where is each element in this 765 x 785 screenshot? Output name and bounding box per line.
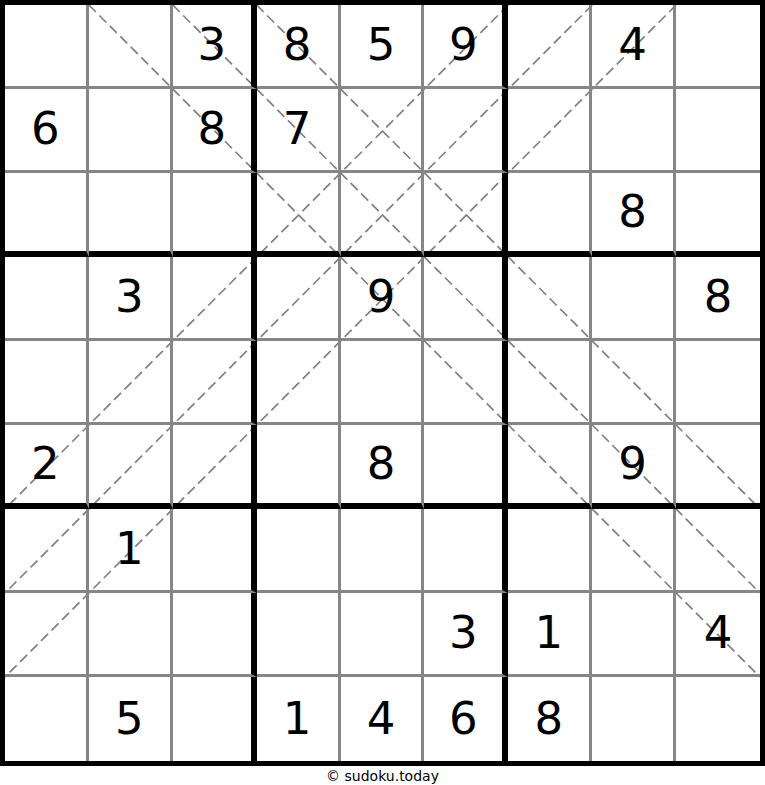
cell-r5c7[interactable]: [508, 341, 592, 425]
given-digit: 8: [704, 274, 733, 319]
cell-r6c1[interactable]: 2: [5, 425, 89, 509]
cell-r2c3[interactable]: 8: [173, 89, 257, 173]
cell-r8c4[interactable]: [257, 593, 341, 677]
given-digit: 9: [618, 441, 647, 486]
cell-r4c8[interactable]: [592, 257, 676, 341]
cell-r8c6[interactable]: 3: [424, 593, 508, 677]
cell-r7c1[interactable]: [5, 509, 89, 593]
given-digit: 4: [367, 696, 396, 741]
cell-r8c7[interactable]: 1: [508, 593, 592, 677]
cell-r5c2[interactable]: [89, 341, 173, 425]
cell-r9c9[interactable]: [676, 677, 760, 761]
sudoku-page: 385946878398289131451468 © sudoku.today: [0, 0, 765, 785]
given-digit: 3: [197, 22, 226, 67]
cell-r5c6[interactable]: [424, 341, 508, 425]
cell-r2c7[interactable]: [508, 89, 592, 173]
given-digit: 1: [534, 610, 563, 655]
cell-r9c4[interactable]: 1: [257, 677, 341, 761]
given-digit: 1: [115, 526, 144, 571]
cell-r2c5[interactable]: [341, 89, 425, 173]
cell-r5c9[interactable]: [676, 341, 760, 425]
cell-r3c5[interactable]: [341, 173, 425, 257]
cell-r7c9[interactable]: [676, 509, 760, 593]
given-digit: 4: [618, 22, 647, 67]
cell-r8c9[interactable]: 4: [676, 593, 760, 677]
cell-r9c5[interactable]: 4: [341, 677, 425, 761]
given-digit: 8: [618, 189, 647, 234]
cell-r7c7[interactable]: [508, 509, 592, 593]
sudoku-board: 385946878398289131451468: [0, 0, 765, 766]
given-digit: 8: [283, 22, 312, 67]
cell-r8c1[interactable]: [5, 593, 89, 677]
cell-r1c8[interactable]: 4: [592, 5, 676, 89]
given-digit: 4: [704, 610, 733, 655]
given-digit: 8: [367, 441, 396, 486]
given-digit: 6: [31, 106, 60, 151]
cell-r5c1[interactable]: [5, 341, 89, 425]
cell-r1c1[interactable]: [5, 5, 89, 89]
cell-r2c6[interactable]: [424, 89, 508, 173]
cell-r4c9[interactable]: 8: [676, 257, 760, 341]
given-digit: 9: [449, 22, 478, 67]
cell-r1c6[interactable]: 9: [424, 5, 508, 89]
cell-r6c7[interactable]: [508, 425, 592, 509]
cell-r7c4[interactable]: [257, 509, 341, 593]
cell-r5c8[interactable]: [592, 341, 676, 425]
given-digit: 3: [115, 274, 144, 319]
cell-r3c4[interactable]: [257, 173, 341, 257]
cell-r4c4[interactable]: [257, 257, 341, 341]
cell-r2c2[interactable]: [89, 89, 173, 173]
cell-r2c9[interactable]: [676, 89, 760, 173]
cell-r9c3[interactable]: [173, 677, 257, 761]
given-digit: 6: [449, 696, 478, 741]
cell-r6c2[interactable]: [89, 425, 173, 509]
given-digit: 8: [534, 696, 563, 741]
cell-r3c1[interactable]: [5, 173, 89, 257]
cell-r8c8[interactable]: [592, 593, 676, 677]
cell-r9c1[interactable]: [5, 677, 89, 761]
cell-r2c1[interactable]: 6: [5, 89, 89, 173]
cell-r2c8[interactable]: [592, 89, 676, 173]
cell-r7c2[interactable]: 1: [89, 509, 173, 593]
cell-r6c8[interactable]: 9: [592, 425, 676, 509]
cell-r5c4[interactable]: [257, 341, 341, 425]
cell-r4c1[interactable]: [5, 257, 89, 341]
cell-r4c3[interactable]: [173, 257, 257, 341]
cell-r4c5[interactable]: 9: [341, 257, 425, 341]
cell-r1c4[interactable]: 8: [257, 5, 341, 89]
copyright-footer: © sudoku.today: [0, 766, 765, 785]
cell-r3c6[interactable]: [424, 173, 508, 257]
cell-r4c7[interactable]: [508, 257, 592, 341]
cell-r8c5[interactable]: [341, 593, 425, 677]
cell-r1c3[interactable]: 3: [173, 5, 257, 89]
cell-r1c2[interactable]: [89, 5, 173, 89]
cell-r9c7[interactable]: 8: [508, 677, 592, 761]
cell-r7c6[interactable]: [424, 509, 508, 593]
cell-r5c5[interactable]: [341, 341, 425, 425]
cell-r3c2[interactable]: [89, 173, 173, 257]
cell-r9c8[interactable]: [592, 677, 676, 761]
cell-r4c6[interactable]: [424, 257, 508, 341]
cell-r7c5[interactable]: [341, 509, 425, 593]
copyright-text: © sudoku.today: [326, 768, 439, 784]
given-digit: 5: [367, 22, 396, 67]
cell-r3c8[interactable]: 8: [592, 173, 676, 257]
cell-r1c7[interactable]: [508, 5, 592, 89]
cell-r2c4[interactable]: 7: [257, 89, 341, 173]
cell-r3c9[interactable]: [676, 173, 760, 257]
cell-r4c2[interactable]: 3: [89, 257, 173, 341]
cell-r7c3[interactable]: [173, 509, 257, 593]
cell-r8c2[interactable]: [89, 593, 173, 677]
cell-r1c9[interactable]: [676, 5, 760, 89]
cell-r7c8[interactable]: [592, 509, 676, 593]
cell-r6c4[interactable]: [257, 425, 341, 509]
cell-r3c7[interactable]: [508, 173, 592, 257]
cell-r6c3[interactable]: [173, 425, 257, 509]
cell-r3c3[interactable]: [173, 173, 257, 257]
cell-r1c5[interactable]: 5: [341, 5, 425, 89]
cell-r5c3[interactable]: [173, 341, 257, 425]
given-digit: 8: [197, 106, 226, 151]
cell-r8c3[interactable]: [173, 593, 257, 677]
cell-r9c6[interactable]: 6: [424, 677, 508, 761]
given-digit: 3: [449, 610, 478, 655]
cell-r6c9[interactable]: [676, 425, 760, 509]
sudoku-grid: 385946878398289131451468: [5, 5, 760, 761]
cell-r6c6[interactable]: [424, 425, 508, 509]
cell-r9c2[interactable]: 5: [89, 677, 173, 761]
given-digit: 9: [367, 274, 396, 319]
cell-r6c5[interactable]: 8: [341, 425, 425, 509]
given-digit: 7: [283, 106, 312, 151]
given-digit: 2: [31, 441, 60, 486]
given-digit: 1: [283, 696, 312, 741]
given-digit: 5: [115, 696, 144, 741]
